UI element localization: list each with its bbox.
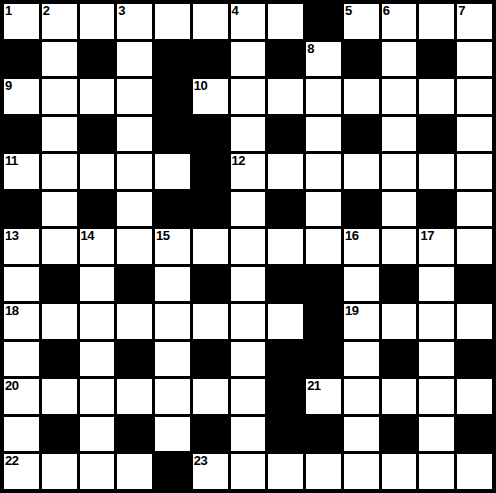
clue-number-20: 20 xyxy=(5,379,18,393)
cell-r5c9[interactable] xyxy=(306,154,341,189)
cell-r1c2[interactable]: 2 xyxy=(42,4,77,39)
block-cell-r10c13 xyxy=(457,342,492,377)
cell-r5c7[interactable]: 12 xyxy=(231,154,266,189)
cell-r3c4[interactable] xyxy=(117,79,152,114)
cell-r5c13[interactable] xyxy=(457,154,492,189)
cell-r6c11[interactable] xyxy=(382,192,417,227)
cell-r12c10[interactable] xyxy=(344,417,379,452)
cell-r9c11[interactable] xyxy=(382,304,417,339)
cell-r13c6[interactable]: 23 xyxy=(193,454,228,489)
cell-r4c2[interactable] xyxy=(42,117,77,152)
cell-r11c10[interactable] xyxy=(344,379,379,414)
cell-r3c2[interactable] xyxy=(42,79,77,114)
cell-r13c1[interactable]: 22 xyxy=(4,454,39,489)
cell-r9c2[interactable] xyxy=(42,304,77,339)
block-cell-r10c2 xyxy=(42,342,77,377)
cell-r3c9[interactable] xyxy=(306,79,341,114)
cell-r13c9[interactable] xyxy=(306,454,341,489)
block-cell-r4c1 xyxy=(4,117,39,152)
clue-number-6: 6 xyxy=(383,4,390,18)
cell-r7c11[interactable] xyxy=(382,229,417,264)
cell-r7c6[interactable] xyxy=(193,229,228,264)
cell-r5c1[interactable]: 11 xyxy=(4,154,39,189)
block-cell-r8c4 xyxy=(117,267,152,302)
cell-r5c3[interactable] xyxy=(80,154,115,189)
cell-r7c2[interactable] xyxy=(42,229,77,264)
cell-r6c9[interactable] xyxy=(306,192,341,227)
cell-r11c4[interactable] xyxy=(117,379,152,414)
cell-r1c13[interactable]: 7 xyxy=(457,4,492,39)
cell-r9c13[interactable] xyxy=(457,304,492,339)
clue-number-17: 17 xyxy=(420,229,433,243)
cell-r9c8[interactable] xyxy=(268,304,303,339)
cell-r10c12[interactable] xyxy=(419,342,454,377)
clue-number-23: 23 xyxy=(194,454,207,468)
cell-r1c8[interactable] xyxy=(268,4,303,39)
cell-r1c1[interactable]: 1 xyxy=(4,4,39,39)
block-cell-r12c8 xyxy=(268,417,303,452)
clue-number-5: 5 xyxy=(345,4,352,18)
cell-r6c13[interactable] xyxy=(457,192,492,227)
block-cell-r2c6 xyxy=(193,42,228,77)
crossword-board: 1234567891011121314151617181920212223 xyxy=(0,0,496,493)
cell-r11c3[interactable] xyxy=(80,379,115,414)
block-cell-r6c8 xyxy=(268,192,303,227)
cell-r13c3[interactable] xyxy=(80,454,115,489)
block-cell-r6c10 xyxy=(344,192,379,227)
clue-number-11: 11 xyxy=(5,154,18,168)
cell-r2c11[interactable] xyxy=(382,42,417,77)
cell-r4c9[interactable] xyxy=(306,117,341,152)
cell-r13c4[interactable] xyxy=(117,454,152,489)
cell-r12c7[interactable] xyxy=(231,417,266,452)
cell-r13c2[interactable] xyxy=(42,454,77,489)
block-cell-r12c4 xyxy=(117,417,152,452)
cell-r11c5[interactable] xyxy=(155,379,190,414)
cell-r6c4[interactable] xyxy=(117,192,152,227)
block-cell-r2c3 xyxy=(80,42,115,77)
cell-r7c3[interactable]: 14 xyxy=(80,229,115,264)
cell-r3c8[interactable] xyxy=(268,79,303,114)
block-cell-r9c9 xyxy=(306,304,341,339)
cell-r1c3[interactable] xyxy=(80,4,115,39)
clue-number-7: 7 xyxy=(458,4,465,18)
block-cell-r2c12 xyxy=(419,42,454,77)
block-cell-r11c8 xyxy=(268,379,303,414)
cell-r11c11[interactable] xyxy=(382,379,417,414)
block-cell-r12c11 xyxy=(382,417,417,452)
block-cell-r6c3 xyxy=(80,192,115,227)
cell-r13c7[interactable] xyxy=(231,454,266,489)
cell-r2c4[interactable] xyxy=(117,42,152,77)
cell-r7c12[interactable]: 17 xyxy=(419,229,454,264)
block-cell-r3c5 xyxy=(155,79,190,114)
cell-r9c3[interactable] xyxy=(80,304,115,339)
cell-r4c13[interactable] xyxy=(457,117,492,152)
cell-r3c7[interactable] xyxy=(231,79,266,114)
cell-r8c5[interactable] xyxy=(155,267,190,302)
cell-r13c13[interactable] xyxy=(457,454,492,489)
block-cell-r8c6 xyxy=(193,267,228,302)
clue-number-8: 8 xyxy=(307,42,314,56)
clue-number-4: 4 xyxy=(232,4,239,18)
clue-number-12: 12 xyxy=(232,154,245,168)
cell-r11c6[interactable] xyxy=(193,379,228,414)
cell-r11c1[interactable]: 20 xyxy=(4,379,39,414)
cell-r2c13[interactable] xyxy=(457,42,492,77)
cell-r10c7[interactable] xyxy=(231,342,266,377)
cell-r12c12[interactable] xyxy=(419,417,454,452)
block-cell-r6c12 xyxy=(419,192,454,227)
cell-r7c9[interactable] xyxy=(306,229,341,264)
cell-r3c12[interactable] xyxy=(419,79,454,114)
cell-r7c5[interactable]: 15 xyxy=(155,229,190,264)
clue-number-16: 16 xyxy=(345,229,358,243)
cell-r12c5[interactable] xyxy=(155,417,190,452)
cell-r11c13[interactable] xyxy=(457,379,492,414)
cell-r12c3[interactable] xyxy=(80,417,115,452)
block-cell-r8c9 xyxy=(306,267,341,302)
clue-number-19: 19 xyxy=(345,304,358,318)
cell-r5c8[interactable] xyxy=(268,154,303,189)
block-cell-r6c1 xyxy=(4,192,39,227)
cell-r11c12[interactable] xyxy=(419,379,454,414)
cell-r1c10[interactable]: 5 xyxy=(344,4,379,39)
block-cell-r13c5 xyxy=(155,454,190,489)
block-cell-r8c2 xyxy=(42,267,77,302)
block-cell-r10c9 xyxy=(306,342,341,377)
cell-r3c11[interactable] xyxy=(382,79,417,114)
block-cell-r4c5 xyxy=(155,117,190,152)
cell-r5c2[interactable] xyxy=(42,154,77,189)
block-cell-r2c8 xyxy=(268,42,303,77)
cell-r7c7[interactable] xyxy=(231,229,266,264)
cell-r3c13[interactable] xyxy=(457,79,492,114)
block-cell-r4c12 xyxy=(419,117,454,152)
clue-number-1: 1 xyxy=(5,4,12,18)
cell-r7c13[interactable] xyxy=(457,229,492,264)
cell-r10c3[interactable] xyxy=(80,342,115,377)
cell-r3c6[interactable]: 10 xyxy=(193,79,228,114)
cell-r5c12[interactable] xyxy=(419,154,454,189)
cell-r7c1[interactable]: 13 xyxy=(4,229,39,264)
block-cell-r4c10 xyxy=(344,117,379,152)
cell-r8c10[interactable] xyxy=(344,267,379,302)
cell-r10c1[interactable] xyxy=(4,342,39,377)
block-cell-r10c6 xyxy=(193,342,228,377)
cell-r9c5[interactable] xyxy=(155,304,190,339)
cell-r1c4[interactable]: 3 xyxy=(117,4,152,39)
cell-r3c1[interactable]: 9 xyxy=(4,79,39,114)
cell-r3c3[interactable] xyxy=(80,79,115,114)
cell-r4c4[interactable] xyxy=(117,117,152,152)
block-cell-r6c5 xyxy=(155,192,190,227)
cell-r13c10[interactable] xyxy=(344,454,379,489)
clue-number-14: 14 xyxy=(81,229,94,243)
block-cell-r10c4 xyxy=(117,342,152,377)
cell-r10c5[interactable] xyxy=(155,342,190,377)
cell-r1c12[interactable] xyxy=(419,4,454,39)
cell-r5c10[interactable] xyxy=(344,154,379,189)
cell-r8c7[interactable] xyxy=(231,267,266,302)
cell-r13c11[interactable] xyxy=(382,454,417,489)
cell-r1c11[interactable]: 6 xyxy=(382,4,417,39)
cell-r11c9[interactable]: 21 xyxy=(306,379,341,414)
cell-r7c10[interactable]: 16 xyxy=(344,229,379,264)
block-cell-r8c11 xyxy=(382,267,417,302)
block-cell-r2c1 xyxy=(4,42,39,77)
cell-r9c1[interactable]: 18 xyxy=(4,304,39,339)
cell-r5c4[interactable] xyxy=(117,154,152,189)
cell-r8c1[interactable] xyxy=(4,267,39,302)
cell-r1c5[interactable] xyxy=(155,4,190,39)
cell-r11c2[interactable] xyxy=(42,379,77,414)
cell-r11c7[interactable] xyxy=(231,379,266,414)
block-cell-r12c9 xyxy=(306,417,341,452)
clue-number-9: 9 xyxy=(5,79,12,93)
block-cell-r6c6 xyxy=(193,192,228,227)
cell-r2c7[interactable] xyxy=(231,42,266,77)
cell-r9c12[interactable] xyxy=(419,304,454,339)
cell-r6c7[interactable] xyxy=(231,192,266,227)
cell-r7c8[interactable] xyxy=(268,229,303,264)
block-cell-r10c11 xyxy=(382,342,417,377)
clue-number-22: 22 xyxy=(5,454,18,468)
block-cell-r8c8 xyxy=(268,267,303,302)
block-cell-r12c2 xyxy=(42,417,77,452)
block-cell-r8c13 xyxy=(457,267,492,302)
block-cell-r12c13 xyxy=(457,417,492,452)
cell-r8c3[interactable] xyxy=(80,267,115,302)
cell-r5c11[interactable] xyxy=(382,154,417,189)
clue-number-15: 15 xyxy=(156,229,169,243)
cell-r3c10[interactable] xyxy=(344,79,379,114)
cell-r12c1[interactable] xyxy=(4,417,39,452)
clue-number-18: 18 xyxy=(5,304,18,318)
cell-r2c2[interactable] xyxy=(42,42,77,77)
cell-r4c11[interactable] xyxy=(382,117,417,152)
cell-r4c7[interactable] xyxy=(231,117,266,152)
cell-r10c10[interactable] xyxy=(344,342,379,377)
block-cell-r2c5 xyxy=(155,42,190,77)
cell-r1c7[interactable]: 4 xyxy=(231,4,266,39)
cell-r2c9[interactable]: 8 xyxy=(306,42,341,77)
clue-number-3: 3 xyxy=(118,4,125,18)
block-cell-r12c6 xyxy=(193,417,228,452)
cell-r13c8[interactable] xyxy=(268,454,303,489)
clue-number-10: 10 xyxy=(194,79,207,93)
cell-r8c12[interactable] xyxy=(419,267,454,302)
clue-number-13: 13 xyxy=(5,229,18,243)
block-cell-r10c8 xyxy=(268,342,303,377)
cell-r13c12[interactable] xyxy=(419,454,454,489)
clue-number-21: 21 xyxy=(307,379,320,393)
cell-r9c7[interactable] xyxy=(231,304,266,339)
cell-r5c5[interactable] xyxy=(155,154,190,189)
clue-number-2: 2 xyxy=(43,4,50,18)
cell-r9c6[interactable] xyxy=(193,304,228,339)
block-cell-r4c8 xyxy=(268,117,303,152)
block-cell-r2c10 xyxy=(344,42,379,77)
cell-r9c10[interactable]: 19 xyxy=(344,304,379,339)
block-cell-r4c6 xyxy=(193,117,228,152)
block-cell-r4c3 xyxy=(80,117,115,152)
cell-r6c2[interactable] xyxy=(42,192,77,227)
cell-r1c6[interactable] xyxy=(193,4,228,39)
block-cell-r5c6 xyxy=(193,154,228,189)
cell-r7c4[interactable] xyxy=(117,229,152,264)
block-cell-r1c9 xyxy=(306,4,341,39)
cell-r9c4[interactable] xyxy=(117,304,152,339)
